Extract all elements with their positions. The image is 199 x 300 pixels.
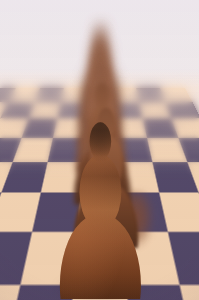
board-layer-heavy-blur xyxy=(0,0,199,300)
board-square xyxy=(53,118,87,138)
board-square xyxy=(82,138,118,163)
chessboard xyxy=(0,88,199,300)
board-square xyxy=(68,285,134,300)
board-square xyxy=(35,88,65,102)
board-square xyxy=(86,102,115,119)
board-square xyxy=(32,192,81,233)
board-square xyxy=(77,192,124,233)
chess-photo: ♟♟♟♟♟♟♟♟ xyxy=(0,0,199,300)
board-square xyxy=(47,138,85,163)
board-square xyxy=(180,285,199,300)
board-square xyxy=(57,102,87,119)
board-square xyxy=(61,88,89,102)
board-square xyxy=(87,88,114,102)
board-square xyxy=(84,118,116,138)
board-square xyxy=(165,102,199,119)
board-square xyxy=(160,88,192,102)
board-square xyxy=(41,162,84,193)
board-square xyxy=(73,232,128,287)
board-square xyxy=(80,162,121,193)
